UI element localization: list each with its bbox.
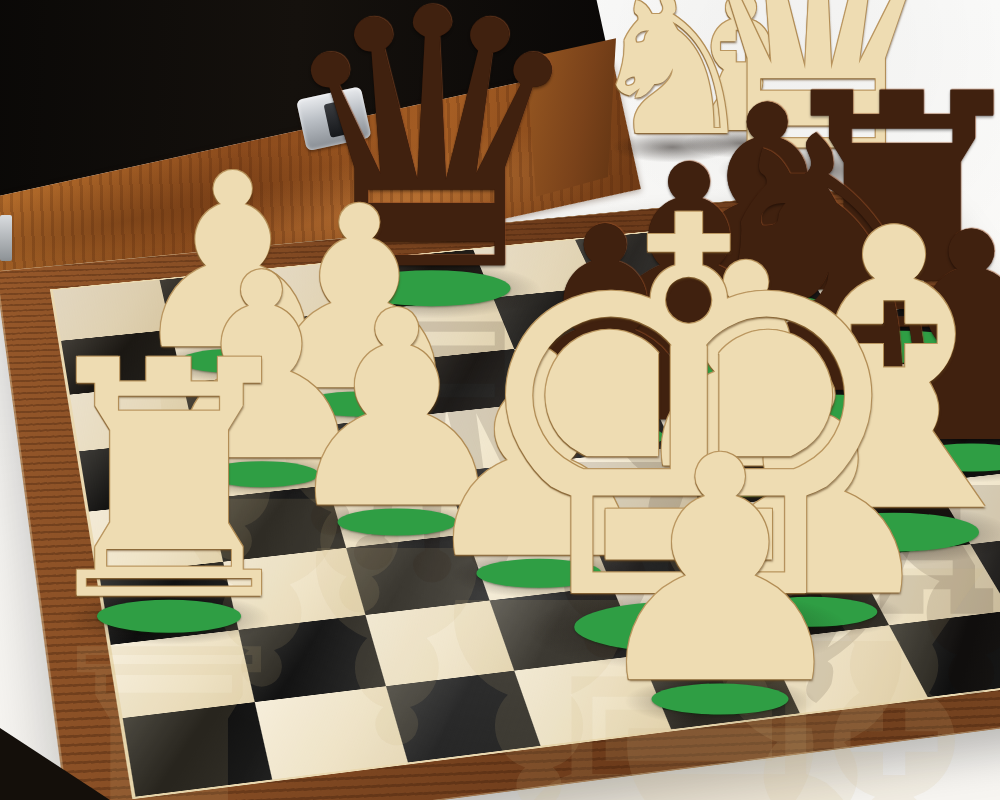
board-photo-scene: Angled photo of a chess game in progress…: [0, 0, 1000, 800]
pawn-glyph: ♟: [581, 416, 860, 727]
rook-glyph: ♜: [22, 319, 315, 646]
box-hinge: [0, 215, 12, 261]
